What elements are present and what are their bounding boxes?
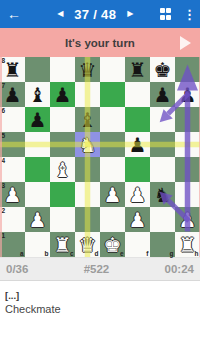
- square-f6[interactable]: [125, 107, 150, 132]
- square-h6[interactable]: [175, 107, 200, 132]
- piece-white-pawn[interactable]: ♟: [25, 207, 50, 232]
- square-b7[interactable]: ♝: [25, 82, 50, 107]
- play-icon[interactable]: [180, 36, 191, 50]
- square-f8[interactable]: ♜: [125, 57, 150, 82]
- piece-white-pawn[interactable]: ♟: [0, 182, 25, 207]
- square-h1[interactable]: h♜: [175, 232, 200, 257]
- square-f3[interactable]: ♟: [125, 182, 150, 207]
- square-e3[interactable]: ♟: [100, 182, 125, 207]
- square-g2[interactable]: [150, 207, 175, 232]
- square-c8[interactable]: [50, 57, 75, 82]
- square-a7[interactable]: 7♟: [0, 82, 25, 107]
- piece-black-rook[interactable]: ♜: [125, 57, 150, 82]
- piece-black-pawn[interactable]: ♟: [50, 82, 75, 107]
- square-b1[interactable]: b: [25, 232, 50, 257]
- piece-white-pawn[interactable]: ♟: [100, 182, 125, 207]
- square-a6[interactable]: 6: [0, 107, 25, 132]
- piece-black-pawn[interactable]: ♟: [150, 82, 175, 107]
- piece-black-knight[interactable]: ♞: [150, 182, 175, 207]
- square-a8[interactable]: 8♜: [0, 57, 25, 82]
- square-d6[interactable]: ♝: [75, 107, 100, 132]
- square-f7[interactable]: [125, 82, 150, 107]
- square-e1[interactable]: e♚: [100, 232, 125, 257]
- square-a4[interactable]: 4: [0, 157, 25, 182]
- chess-trainer-screen: ← ◀ 37 / 48 ▶ ⋮ It's your turn 8♜♛♜♚7♟♝♟…: [0, 0, 200, 341]
- square-g8[interactable]: ♚: [150, 57, 175, 82]
- piece-white-queen[interactable]: ♛: [75, 232, 100, 257]
- piece-white-rook[interactable]: ♜: [175, 232, 200, 257]
- square-c3[interactable]: [50, 182, 75, 207]
- square-f5[interactable]: ♟: [125, 132, 150, 157]
- square-c5[interactable]: [50, 132, 75, 157]
- square-a2[interactable]: 2: [0, 207, 25, 232]
- piece-white-rook[interactable]: ♜: [50, 232, 75, 257]
- piece-white-pawn[interactable]: ♟: [125, 207, 150, 232]
- rank-label: 1: [2, 232, 6, 239]
- timer: 00:24: [165, 263, 194, 275]
- square-b8[interactable]: [25, 57, 50, 82]
- square-g5[interactable]: [150, 132, 175, 157]
- file-label: b: [45, 250, 49, 257]
- square-h3[interactable]: [175, 182, 200, 207]
- rank-label: 6: [2, 107, 6, 114]
- piece-white-pawn[interactable]: ♟: [175, 207, 200, 232]
- square-c1[interactable]: c♜: [50, 232, 75, 257]
- piece-white-knight[interactable]: ♞: [75, 132, 100, 157]
- piece-black-pawn[interactable]: ♟: [175, 82, 200, 107]
- top-bar: ← ◀ 37 / 48 ▶ ⋮: [0, 0, 200, 28]
- square-h2[interactable]: ♟: [175, 207, 200, 232]
- square-d2[interactable]: [75, 207, 100, 232]
- file-label: f: [146, 250, 148, 257]
- square-c2[interactable]: [50, 207, 75, 232]
- piece-black-rook[interactable]: ♜: [0, 57, 25, 82]
- square-d3[interactable]: [75, 182, 100, 207]
- square-g1[interactable]: g: [150, 232, 175, 257]
- piece-white-king[interactable]: ♚: [100, 232, 125, 257]
- square-e5[interactable]: [100, 132, 125, 157]
- square-b6[interactable]: ♟: [25, 107, 50, 132]
- piece-black-pawn[interactable]: ♟: [125, 132, 150, 157]
- square-c4[interactable]: ♝: [50, 157, 75, 182]
- chess-board[interactable]: 8♜♛♜♚7♟♝♟♟♟6♟♝5♞♟4♝3♟♟♟♞2♟♟♟1abc♜d♛e♚fgh…: [0, 57, 200, 257]
- piece-black-king[interactable]: ♚: [150, 57, 175, 82]
- score-counter: 0/36: [6, 263, 28, 275]
- square-e4[interactable]: [100, 157, 125, 182]
- square-a1[interactable]: 1a: [0, 232, 25, 257]
- status-bar: 0/36 #522 00:24: [0, 257, 200, 281]
- rank-label: 5: [2, 132, 6, 139]
- puzzle-counter: 37 / 48: [74, 7, 116, 22]
- moves-panel: [...] Checkmate: [0, 281, 200, 315]
- puzzle-navigation: ◀ 37 / 48 ▶: [37, 7, 154, 22]
- puzzle-number: #522: [28, 263, 164, 275]
- square-d4[interactable]: [75, 157, 100, 182]
- square-f4[interactable]: [125, 157, 150, 182]
- piece-black-queen[interactable]: ♛: [75, 57, 100, 82]
- turn-banner-label: It's your turn: [65, 37, 135, 49]
- grid-view-icon[interactable]: [160, 8, 172, 20]
- square-g3[interactable]: ♞: [150, 182, 175, 207]
- square-c7[interactable]: ♟: [50, 82, 75, 107]
- next-puzzle-button[interactable]: ▶: [127, 10, 133, 18]
- square-f1[interactable]: f: [125, 232, 150, 257]
- rank-label: 2: [2, 207, 6, 214]
- square-h7[interactable]: ♟: [175, 82, 200, 107]
- square-h5[interactable]: [175, 132, 200, 157]
- square-h8[interactable]: [175, 57, 200, 82]
- square-g6[interactable]: [150, 107, 175, 132]
- square-b2[interactable]: ♟: [25, 207, 50, 232]
- square-d1[interactable]: d♛: [75, 232, 100, 257]
- piece-white-bishop[interactable]: ♝: [50, 157, 75, 182]
- back-button[interactable]: ←: [7, 6, 37, 22]
- square-d5[interactable]: ♞: [75, 132, 100, 157]
- piece-black-pawn[interactable]: ♟: [0, 82, 25, 107]
- prev-puzzle-button[interactable]: ◀: [57, 10, 63, 18]
- square-a5[interactable]: 5: [0, 132, 25, 157]
- square-e8[interactable]: [100, 57, 125, 82]
- piece-black-bishop[interactable]: ♝: [75, 107, 100, 132]
- board-container: 8♜♛♜♚7♟♝♟♟♟6♟♝5♞♟4♝3♟♟♟♞2♟♟♟1abc♜d♛e♚fgh…: [0, 57, 200, 257]
- square-e6[interactable]: [100, 107, 125, 132]
- square-d8[interactable]: ♛: [75, 57, 100, 82]
- square-d7[interactable]: [75, 82, 100, 107]
- turn-banner: It's your turn: [0, 28, 200, 57]
- file-label: g: [170, 250, 174, 257]
- square-b3[interactable]: [25, 182, 50, 207]
- square-e2[interactable]: [100, 207, 125, 232]
- goal-label: Checkmate: [5, 303, 195, 315]
- rank-label: 4: [2, 157, 6, 164]
- square-c6[interactable]: [50, 107, 75, 132]
- square-b5[interactable]: [25, 132, 50, 157]
- square-e7[interactable]: [100, 82, 125, 107]
- piece-white-pawn[interactable]: ♟: [125, 182, 150, 207]
- square-h4[interactable]: [175, 157, 200, 182]
- square-a3[interactable]: 3♟: [0, 182, 25, 207]
- file-label: a: [20, 250, 24, 257]
- collapsed-moves[interactable]: [...]: [5, 290, 195, 301]
- piece-black-bishop[interactable]: ♝: [25, 82, 50, 107]
- square-g4[interactable]: [150, 157, 175, 182]
- overflow-menu-icon[interactable]: ⋮: [183, 7, 193, 22]
- square-b4[interactable]: [25, 157, 50, 182]
- square-g7[interactable]: ♟: [150, 82, 175, 107]
- piece-black-pawn[interactable]: ♟: [25, 107, 50, 132]
- square-f2[interactable]: ♟: [125, 207, 150, 232]
